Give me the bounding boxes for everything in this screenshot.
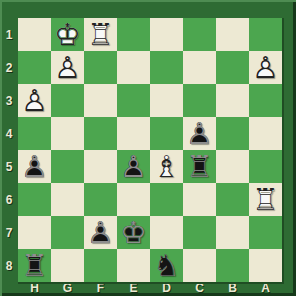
square-a7[interactable]	[249, 216, 282, 249]
rank-label-1: 1	[0, 18, 18, 51]
square-d7[interactable]	[150, 216, 183, 249]
black-pawn-outline: ♙	[84, 216, 117, 249]
square-c1[interactable]	[183, 18, 216, 51]
rank-label-4: 4	[0, 117, 18, 150]
black-rook-outline: ♖	[18, 249, 51, 282]
square-b4[interactable]	[216, 117, 249, 150]
board: ♚♔♜♖♟♙♟♙♟♙♟♙♟♙♟♙♝♗♜♖♜♖♟♙♚♔♜♖♞♘	[18, 18, 284, 284]
square-g5[interactable]	[51, 150, 84, 183]
piece-black-king[interactable]: ♚♔	[117, 216, 150, 249]
square-f8[interactable]	[84, 249, 117, 282]
square-c2[interactable]	[183, 51, 216, 84]
square-b5[interactable]	[216, 150, 249, 183]
white-pawn-outline: ♙	[18, 84, 51, 117]
square-d5[interactable]: ♝♗	[150, 150, 183, 183]
square-h5[interactable]: ♟♙	[18, 150, 51, 183]
rank-label-8: 8	[0, 249, 18, 282]
black-pawn-outline: ♙	[117, 150, 150, 183]
square-g8[interactable]	[51, 249, 84, 282]
piece-black-pawn[interactable]: ♟♙	[18, 150, 51, 183]
piece-white-pawn[interactable]: ♟♙	[51, 51, 84, 84]
square-e8[interactable]	[117, 249, 150, 282]
square-g1[interactable]: ♚♔	[51, 18, 84, 51]
piece-black-pawn[interactable]: ♟♙	[84, 216, 117, 249]
square-h7[interactable]	[18, 216, 51, 249]
square-f7[interactable]: ♟♙	[84, 216, 117, 249]
square-a5[interactable]	[249, 150, 282, 183]
square-e5[interactable]: ♟♙	[117, 150, 150, 183]
square-h1[interactable]	[18, 18, 51, 51]
square-e3[interactable]	[117, 84, 150, 117]
white-pawn-outline: ♙	[51, 51, 84, 84]
square-g4[interactable]	[51, 117, 84, 150]
piece-white-rook[interactable]: ♜♖	[84, 18, 117, 51]
white-rook-outline: ♖	[249, 183, 282, 216]
white-king-outline: ♔	[51, 18, 84, 51]
piece-white-king[interactable]: ♚♔	[51, 18, 84, 51]
square-h4[interactable]	[18, 117, 51, 150]
square-c4[interactable]: ♟♙	[183, 117, 216, 150]
white-bishop-outline: ♗	[150, 150, 183, 183]
square-a3[interactable]	[249, 84, 282, 117]
piece-black-knight[interactable]: ♞♘	[150, 249, 183, 282]
black-knight-outline: ♘	[150, 249, 183, 282]
white-pawn-outline: ♙	[249, 51, 282, 84]
chess-diagram: 12345678 HGFEDCBA ♚♔♜♖♟♙♟♙♟♙♟♙♟♙♟♙♝♗♜♖♜♖…	[0, 0, 296, 296]
rank-labels: 12345678	[0, 18, 18, 282]
square-d4[interactable]	[150, 117, 183, 150]
square-e6[interactable]	[117, 183, 150, 216]
square-e7[interactable]: ♚♔	[117, 216, 150, 249]
square-h6[interactable]	[18, 183, 51, 216]
square-b1[interactable]	[216, 18, 249, 51]
square-g6[interactable]	[51, 183, 84, 216]
rank-label-7: 7	[0, 216, 18, 249]
square-d6[interactable]	[150, 183, 183, 216]
square-f1[interactable]: ♜♖	[84, 18, 117, 51]
piece-white-rook[interactable]: ♜♖	[249, 183, 282, 216]
piece-black-pawn[interactable]: ♟♙	[183, 117, 216, 150]
piece-black-rook[interactable]: ♜♖	[18, 249, 51, 282]
black-pawn-outline: ♙	[18, 150, 51, 183]
rank-label-5: 5	[0, 150, 18, 183]
square-h8[interactable]: ♜♖	[18, 249, 51, 282]
square-f2[interactable]	[84, 51, 117, 84]
square-h2[interactable]	[18, 51, 51, 84]
rank-label-3: 3	[0, 84, 18, 117]
square-e4[interactable]	[117, 117, 150, 150]
square-g3[interactable]	[51, 84, 84, 117]
square-g2[interactable]: ♟♙	[51, 51, 84, 84]
square-c7[interactable]	[183, 216, 216, 249]
square-d2[interactable]	[150, 51, 183, 84]
square-f3[interactable]	[84, 84, 117, 117]
square-f4[interactable]	[84, 117, 117, 150]
square-d1[interactable]	[150, 18, 183, 51]
black-rook-outline: ♖	[183, 150, 216, 183]
square-e2[interactable]	[117, 51, 150, 84]
square-h3[interactable]: ♟♙	[18, 84, 51, 117]
square-b2[interactable]	[216, 51, 249, 84]
square-g7[interactable]	[51, 216, 84, 249]
square-c8[interactable]	[183, 249, 216, 282]
square-b3[interactable]	[216, 84, 249, 117]
piece-black-rook[interactable]: ♜♖	[183, 150, 216, 183]
black-pawn-outline: ♙	[183, 117, 216, 150]
square-c5[interactable]: ♜♖	[183, 150, 216, 183]
rank-label-6: 6	[0, 183, 18, 216]
rank-label-2: 2	[0, 51, 18, 84]
white-rook-outline: ♖	[84, 18, 117, 51]
piece-white-pawn[interactable]: ♟♙	[249, 51, 282, 84]
square-d8[interactable]: ♞♘	[150, 249, 183, 282]
square-f6[interactable]	[84, 183, 117, 216]
square-c3[interactable]	[183, 84, 216, 117]
square-a2[interactable]: ♟♙	[249, 51, 282, 84]
piece-white-pawn[interactable]: ♟♙	[18, 84, 51, 117]
square-d3[interactable]	[150, 84, 183, 117]
piece-white-bishop[interactable]: ♝♗	[150, 150, 183, 183]
square-e1[interactable]	[117, 18, 150, 51]
square-a4[interactable]	[249, 117, 282, 150]
square-a8[interactable]	[249, 249, 282, 282]
square-a1[interactable]	[249, 18, 282, 51]
square-f5[interactable]	[84, 150, 117, 183]
square-b7[interactable]	[216, 216, 249, 249]
square-b6[interactable]	[216, 183, 249, 216]
square-a6[interactable]: ♜♖	[249, 183, 282, 216]
piece-black-pawn[interactable]: ♟♙	[117, 150, 150, 183]
square-b8[interactable]	[216, 249, 249, 282]
square-c6[interactable]	[183, 183, 216, 216]
black-king-outline: ♔	[117, 216, 150, 249]
